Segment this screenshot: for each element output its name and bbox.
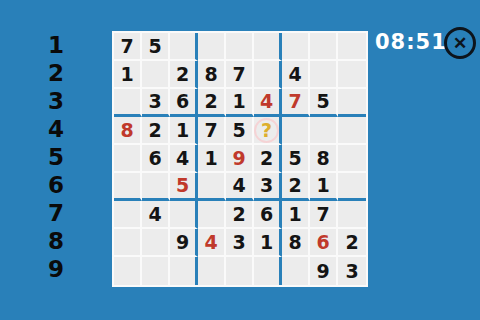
cell-r4c7[interactable] [282, 117, 310, 145]
cell-r6c2[interactable] [142, 173, 170, 201]
cell-r6c5[interactable]: 4 [226, 173, 254, 201]
cell-r6c6[interactable]: 3 [254, 173, 282, 201]
cell-r2c6[interactable] [254, 61, 282, 89]
cell-r3c2[interactable]: 3 [142, 89, 170, 117]
timer: 08:51 [375, 30, 447, 55]
cell-r2c9[interactable] [338, 61, 366, 89]
cell-r5c3[interactable]: 4 [170, 145, 198, 173]
cell-r3c3[interactable]: 6 [170, 89, 198, 117]
cell-r7c7[interactable]: 1 [282, 201, 310, 229]
cell-r7c4[interactable] [198, 201, 226, 229]
cell-r9c9[interactable]: 3 [338, 257, 366, 285]
sudoku-board: 7512874362147582175?64192585432142617943… [112, 31, 368, 287]
row-label-7: 7 [0, 199, 112, 227]
cell-r5c6[interactable]: 2 [254, 145, 282, 173]
row-label-1: 1 [0, 31, 112, 59]
cell-r5c1[interactable] [114, 145, 142, 173]
cell-r2c5[interactable]: 7 [226, 61, 254, 89]
cell-r3c7[interactable]: 7 [282, 89, 310, 117]
cell-r6c7[interactable]: 2 [282, 173, 310, 201]
cell-r7c3[interactable] [170, 201, 198, 229]
cell-r9c4[interactable] [198, 257, 226, 285]
cell-r8c6[interactable]: 1 [254, 229, 282, 257]
cell-r8c9[interactable]: 2 [338, 229, 366, 257]
row-label-2: 2 [0, 59, 112, 87]
cell-r7c6[interactable]: 6 [254, 201, 282, 229]
cell-r8c2[interactable] [142, 229, 170, 257]
close-button[interactable]: ✕ [444, 27, 476, 59]
cell-r8c4[interactable]: 4 [198, 229, 226, 257]
cell-r5c7[interactable]: 5 [282, 145, 310, 173]
cell-r4c6[interactable]: ? [254, 117, 282, 145]
cell-r4c5[interactable]: 5 [226, 117, 254, 145]
row-label-8: 8 [0, 227, 112, 255]
row-label-6: 6 [0, 171, 112, 199]
cell-r5c5[interactable]: 9 [226, 145, 254, 173]
cell-r7c1[interactable] [114, 201, 142, 229]
cell-r1c7[interactable] [282, 33, 310, 61]
cell-r3c1[interactable] [114, 89, 142, 117]
cell-r1c9[interactable] [338, 33, 366, 61]
cell-r5c2[interactable]: 6 [142, 145, 170, 173]
cell-r8c5[interactable]: 3 [226, 229, 254, 257]
cell-r9c5[interactable] [226, 257, 254, 285]
cell-r3c5[interactable]: 1 [226, 89, 254, 117]
cell-r8c3[interactable]: 9 [170, 229, 198, 257]
cell-r6c4[interactable] [198, 173, 226, 201]
cell-r3c9[interactable] [338, 89, 366, 117]
cell-r6c8[interactable]: 1 [310, 173, 338, 201]
cell-r9c6[interactable] [254, 257, 282, 285]
cell-r6c9[interactable] [338, 173, 366, 201]
cell-r4c9[interactable] [338, 117, 366, 145]
cell-r7c5[interactable]: 2 [226, 201, 254, 229]
cell-r2c2[interactable] [142, 61, 170, 89]
cell-r3c6[interactable]: 4 [254, 89, 282, 117]
cell-r5c4[interactable]: 1 [198, 145, 226, 173]
cell-r2c8[interactable] [310, 61, 338, 89]
cell-r4c4[interactable]: 7 [198, 117, 226, 145]
cell-r1c5[interactable] [226, 33, 254, 61]
cell-r4c3[interactable]: 1 [170, 117, 198, 145]
cell-r9c7[interactable] [282, 257, 310, 285]
cell-r9c2[interactable] [142, 257, 170, 285]
cell-r4c2[interactable]: 2 [142, 117, 170, 145]
cell-r8c7[interactable]: 8 [282, 229, 310, 257]
cell-r6c1[interactable] [114, 173, 142, 201]
cell-r4c1[interactable]: 8 [114, 117, 142, 145]
cell-r1c4[interactable] [198, 33, 226, 61]
cell-r2c7[interactable]: 4 [282, 61, 310, 89]
cell-r7c9[interactable] [338, 201, 366, 229]
row-label-9: 9 [0, 255, 112, 283]
cell-r1c1[interactable]: 7 [114, 33, 142, 61]
cell-r2c1[interactable]: 1 [114, 61, 142, 89]
cell-r9c1[interactable] [114, 257, 142, 285]
cell-r8c8[interactable]: 6 [310, 229, 338, 257]
cell-r8c1[interactable] [114, 229, 142, 257]
cell-r9c3[interactable] [170, 257, 198, 285]
cell-r1c2[interactable]: 5 [142, 33, 170, 61]
cell-r5c8[interactable]: 8 [310, 145, 338, 173]
cell-r3c4[interactable]: 2 [198, 89, 226, 117]
cell-r4c8[interactable] [310, 117, 338, 145]
cell-r5c9[interactable] [338, 145, 366, 173]
row-label-4: 4 [0, 115, 112, 143]
cell-r1c8[interactable] [310, 33, 338, 61]
row-label-5: 5 [0, 143, 112, 171]
cell-r2c4[interactable]: 8 [198, 61, 226, 89]
cell-r1c3[interactable] [170, 33, 198, 61]
cell-r2c3[interactable]: 2 [170, 61, 198, 89]
cell-r6c3[interactable]: 5 [170, 173, 198, 201]
cell-r7c8[interactable]: 7 [310, 201, 338, 229]
cell-r3c8[interactable]: 5 [310, 89, 338, 117]
row-label-3: 3 [0, 87, 112, 115]
cell-r9c8[interactable]: 9 [310, 257, 338, 285]
cell-r7c2[interactable]: 4 [142, 201, 170, 229]
row-labels: 123456789 [0, 31, 112, 283]
close-icon: ✕ [453, 35, 467, 52]
cell-r1c6[interactable] [254, 33, 282, 61]
